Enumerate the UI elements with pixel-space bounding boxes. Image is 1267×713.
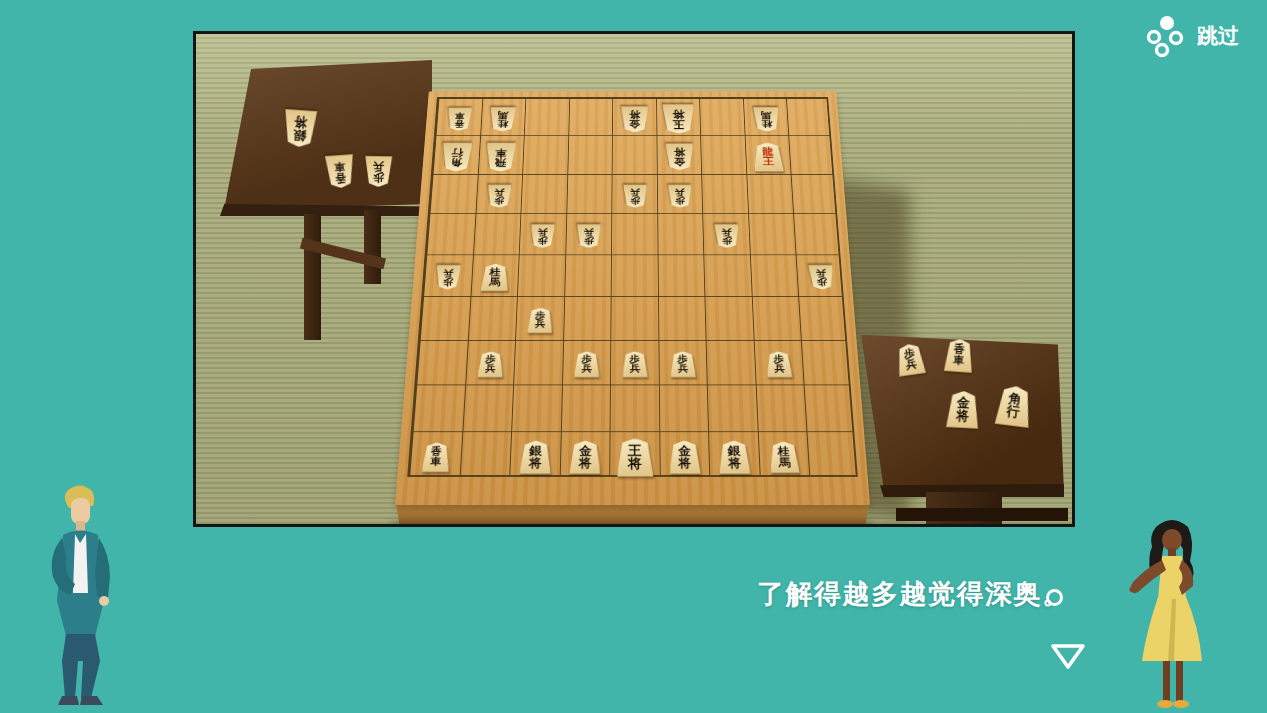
male-shoe (80, 696, 103, 705)
shogi-piece-knight: 桂馬 (480, 264, 509, 292)
male-neck (76, 521, 85, 532)
shogi-piece-gold: 金将 (665, 143, 694, 170)
komadai-foot-bar (896, 508, 1068, 521)
shogi-piece-silver: 銀将 (519, 441, 552, 475)
female-shoe (1157, 700, 1173, 708)
female-leg (1176, 661, 1183, 701)
shogi-piece-rook: 飛車 (485, 142, 516, 171)
shogi-piece-knight: 桂馬 (769, 441, 800, 473)
shogi-piece-pawn: 歩兵 (365, 156, 393, 187)
character-female (1122, 513, 1222, 713)
shogi-piece-king: 玉将 (662, 104, 695, 134)
shogi-piece-pawn: 歩兵 (622, 351, 648, 378)
shogi-piece-pawn: 歩兵 (486, 184, 511, 207)
shogi-piece-pawn: 歩兵 (574, 351, 600, 378)
skip-label: 跳过 (1197, 22, 1239, 50)
male-shirt (73, 534, 88, 593)
shogi-piece-lance: 香車 (446, 107, 472, 130)
shogi-piece-knight: 桂馬 (753, 107, 780, 132)
shogi-piece-dragon: 龍王 (753, 142, 784, 171)
tutorial-screenshot-frame: 香車桂馬金将玉将桂馬角行飛車金将龍王歩兵歩兵歩兵歩兵歩兵歩兵歩兵桂馬歩兵歩兵歩兵… (193, 31, 1075, 527)
shogi-piece-gold: 金将 (669, 441, 701, 475)
character-male (25, 483, 135, 713)
female-leg (1163, 661, 1170, 701)
board-under-shadow (392, 523, 872, 527)
shogi-piece-lance: 香車 (421, 442, 451, 472)
shogi-piece-gold: 金将 (621, 106, 649, 132)
male-hand (99, 596, 109, 606)
female-face (1162, 529, 1182, 551)
shogi-piece-gold: 金将 (569, 441, 601, 475)
male-shoe (58, 696, 79, 705)
shogi-piece-silver: 銀将 (718, 441, 751, 475)
shogi-piece-pawn: 歩兵 (576, 224, 601, 248)
dialogue-text: 了解得越多越觉得深奥。 (757, 576, 1071, 612)
male-pants (62, 634, 100, 698)
female-shoe (1173, 700, 1189, 708)
page: { "game": "shogi", "app": { "skip_label"… (0, 0, 1267, 713)
shogi-piece-pawn: 歩兵 (527, 308, 553, 334)
komadai-leg (304, 214, 321, 340)
shogi-piece-pawn: 歩兵 (477, 351, 504, 378)
shogi-piece-bishop: 角行 (441, 142, 473, 171)
sparkle-ring-icon (1046, 589, 1063, 606)
shogi-piece-pawn: 歩兵 (808, 265, 835, 290)
shogi-piece-silver: 銀将 (283, 109, 318, 148)
shogi-piece-pawn: 歩兵 (623, 184, 647, 207)
buttons-cluster-icon (1146, 15, 1186, 57)
shogi-piece-king: 王将 (617, 438, 654, 476)
komadai-leg (364, 210, 381, 284)
shogi-room-scene: 香車桂馬金将玉将桂馬角行飛車金将龍王歩兵歩兵歩兵歩兵歩兵歩兵歩兵桂馬歩兵歩兵歩兵… (196, 34, 1072, 524)
shogi-piece-lance: 香車 (325, 154, 355, 189)
komadai-gote-edge (220, 204, 432, 216)
shogi-piece-pawn: 歩兵 (714, 224, 739, 248)
shogi-piece-lance: 香車 (944, 338, 974, 373)
shogi-piece-pawn: 歩兵 (766, 351, 793, 378)
shogi-piece-gold: 金将 (946, 390, 980, 429)
shogi-piece-pawn: 歩兵 (435, 265, 462, 290)
male-face (71, 498, 90, 524)
shogi-piece-pawn: 歩兵 (895, 342, 926, 376)
shogi-piece-pawn: 歩兵 (670, 351, 696, 378)
shogi-piece-knight: 桂馬 (489, 107, 516, 132)
shogi-piece-pawn: 歩兵 (530, 224, 555, 248)
skip-button[interactable]: 跳过 (1146, 15, 1239, 57)
shogi-board: 香車桂馬金将玉将桂馬角行飛車金将龍王歩兵歩兵歩兵歩兵歩兵歩兵歩兵桂馬歩兵歩兵歩兵… (395, 91, 870, 505)
shogi-piece-bishop: 角行 (995, 384, 1034, 428)
board-grid: 香車桂馬金将玉将桂馬角行飛車金将龍王歩兵歩兵歩兵歩兵歩兵歩兵歩兵桂馬歩兵歩兵歩兵… (407, 97, 858, 477)
next-indicator[interactable] (1049, 642, 1087, 672)
female-neck (1168, 548, 1176, 557)
shogi-piece-pawn: 歩兵 (668, 184, 693, 207)
